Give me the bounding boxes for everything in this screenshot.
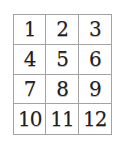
number-cell-7: 7: [14, 75, 46, 105]
number-cell-11: 11: [46, 104, 78, 134]
number-cell-5: 5: [46, 45, 78, 75]
number-cell-6: 6: [79, 45, 111, 75]
number-cell-4: 4: [14, 45, 46, 75]
number-cell-9: 9: [79, 75, 111, 105]
number-cell-10: 10: [14, 104, 46, 134]
number-cell-8: 8: [46, 75, 78, 105]
printable-number-sheet: 1 2 3 4 5 6 7 8 9 10 11 12: [0, 0, 125, 162]
number-cell-12: 12: [79, 104, 111, 134]
number-grid: 1 2 3 4 5 6 7 8 9 10 11 12: [13, 14, 112, 135]
number-cell-1: 1: [14, 15, 46, 45]
number-cell-3: 3: [79, 15, 111, 45]
number-cell-2: 2: [46, 15, 78, 45]
